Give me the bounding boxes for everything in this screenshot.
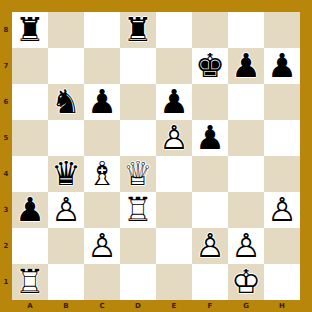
white-pawn: ♙ [156,120,192,156]
square-b8[interactable] [48,12,84,48]
square-g8[interactable] [228,12,264,48]
square-e6[interactable]: ♟ [156,84,192,120]
chess-board-frame: ♜♜♚♟♟♞♟♟♙♟♛♗♕♟♙♖♙♙♙♙♖♔ 87654321 ABCDEFGH [0,0,312,312]
square-b7[interactable] [48,48,84,84]
square-b5[interactable] [48,120,84,156]
white-pawn: ♙ [48,192,84,228]
rank-label-3: 3 [0,192,12,228]
file-label-a: A [12,300,48,312]
square-f4[interactable] [192,156,228,192]
rank-label-4: 4 [0,156,12,192]
square-e5[interactable]: ♙ [156,120,192,156]
black-knight: ♞ [48,84,84,120]
square-e7[interactable] [156,48,192,84]
rank-label-7: 7 [0,48,12,84]
square-f5[interactable]: ♟ [192,120,228,156]
black-pawn: ♟ [228,48,264,84]
chess-board: ♜♜♚♟♟♞♟♟♙♟♛♗♕♟♙♖♙♙♙♙♖♔ [12,12,300,300]
black-rook: ♜ [120,12,156,48]
square-g1[interactable]: ♔ [228,264,264,300]
square-b6[interactable]: ♞ [48,84,84,120]
square-h2[interactable] [264,228,300,264]
square-c5[interactable] [84,120,120,156]
rank-label-8: 8 [0,12,12,48]
square-h6[interactable] [264,84,300,120]
file-label-c: C [84,300,120,312]
square-f3[interactable] [192,192,228,228]
square-d1[interactable] [120,264,156,300]
square-f2[interactable]: ♙ [192,228,228,264]
black-pawn: ♟ [192,120,228,156]
square-d4[interactable]: ♕ [120,156,156,192]
square-d8[interactable]: ♜ [120,12,156,48]
square-g5[interactable] [228,120,264,156]
square-c7[interactable] [84,48,120,84]
white-pawn: ♙ [84,228,120,264]
white-rook: ♖ [120,192,156,228]
square-a4[interactable] [12,156,48,192]
square-d6[interactable] [120,84,156,120]
square-a1[interactable]: ♖ [12,264,48,300]
black-pawn: ♟ [264,48,300,84]
square-e2[interactable] [156,228,192,264]
square-g4[interactable] [228,156,264,192]
square-d7[interactable] [120,48,156,84]
black-rook: ♜ [12,12,48,48]
rank-label-1: 1 [0,264,12,300]
square-b1[interactable] [48,264,84,300]
square-a6[interactable] [12,84,48,120]
square-d3[interactable]: ♖ [120,192,156,228]
square-f7[interactable]: ♚ [192,48,228,84]
square-c2[interactable]: ♙ [84,228,120,264]
file-label-f: F [192,300,228,312]
file-label-d: D [120,300,156,312]
file-label-g: G [228,300,264,312]
square-d2[interactable] [120,228,156,264]
file-label-h: H [264,300,300,312]
white-pawn: ♙ [264,192,300,228]
square-h1[interactable] [264,264,300,300]
black-pawn: ♟ [12,192,48,228]
square-c6[interactable]: ♟ [84,84,120,120]
square-c1[interactable] [84,264,120,300]
square-c8[interactable] [84,12,120,48]
square-e1[interactable] [156,264,192,300]
black-queen: ♛ [48,156,84,192]
square-h5[interactable] [264,120,300,156]
black-pawn: ♟ [156,84,192,120]
square-h8[interactable] [264,12,300,48]
square-g2[interactable]: ♙ [228,228,264,264]
white-pawn: ♙ [228,228,264,264]
square-a8[interactable]: ♜ [12,12,48,48]
square-b3[interactable]: ♙ [48,192,84,228]
square-a3[interactable]: ♟ [12,192,48,228]
square-g7[interactable]: ♟ [228,48,264,84]
square-g3[interactable] [228,192,264,228]
square-e8[interactable] [156,12,192,48]
white-bishop: ♗ [84,156,120,192]
square-c4[interactable]: ♗ [84,156,120,192]
square-b2[interactable] [48,228,84,264]
square-a2[interactable] [12,228,48,264]
square-d5[interactable] [120,120,156,156]
file-label-b: B [48,300,84,312]
white-pawn: ♙ [192,228,228,264]
square-b4[interactable]: ♛ [48,156,84,192]
square-e3[interactable] [156,192,192,228]
white-queen: ♕ [120,156,156,192]
square-e4[interactable] [156,156,192,192]
square-f1[interactable] [192,264,228,300]
file-label-e: E [156,300,192,312]
black-king: ♚ [192,48,228,84]
square-f6[interactable] [192,84,228,120]
square-h4[interactable] [264,156,300,192]
square-a5[interactable] [12,120,48,156]
square-a7[interactable] [12,48,48,84]
square-g6[interactable] [228,84,264,120]
square-f8[interactable] [192,12,228,48]
square-h7[interactable]: ♟ [264,48,300,84]
square-c3[interactable] [84,192,120,228]
rank-label-2: 2 [0,228,12,264]
rank-label-6: 6 [0,84,12,120]
white-king: ♔ [228,264,264,300]
rank-label-5: 5 [0,120,12,156]
white-rook: ♖ [12,264,48,300]
black-pawn: ♟ [84,84,120,120]
square-h3[interactable]: ♙ [264,192,300,228]
